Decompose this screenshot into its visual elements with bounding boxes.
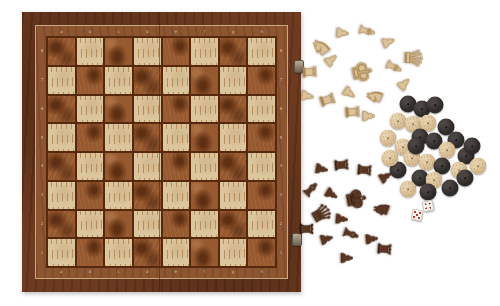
board-square-e8[interactable] <box>162 37 191 66</box>
rank-label: 7 <box>277 66 285 95</box>
board-square-c2[interactable] <box>104 210 133 239</box>
rank-label: 3 <box>38 181 46 210</box>
board-square-d1[interactable] <box>133 238 162 267</box>
file-label: b <box>76 268 105 276</box>
file-label: e <box>162 28 191 36</box>
chess-piece-light-pawn[interactable]: ♟ <box>333 25 350 41</box>
board-square-e3[interactable] <box>162 181 191 210</box>
board-square-c6[interactable] <box>104 95 133 124</box>
board-fold-seam <box>159 12 160 292</box>
board-square-g3[interactable] <box>219 181 248 210</box>
rank-label: 4 <box>277 152 285 181</box>
board-grid <box>46 36 277 268</box>
board-square-h2[interactable] <box>247 210 276 239</box>
checker-disc-black[interactable] <box>427 97 444 114</box>
checker-center-hole <box>387 137 390 140</box>
checker-center-hole <box>471 145 474 148</box>
board-square-g7[interactable] <box>219 66 248 95</box>
checker-center-hole <box>411 157 414 160</box>
rank-label: 7 <box>38 66 46 95</box>
board-square-g2[interactable] <box>219 210 248 239</box>
rank-label: 8 <box>38 37 46 66</box>
board-square-d8[interactable] <box>133 37 162 66</box>
chess-piece-light-pawn[interactable]: ♟ <box>298 88 316 105</box>
chess-piece-light-pawn[interactable]: ♟ <box>360 109 376 123</box>
board-square-a1[interactable] <box>47 238 76 267</box>
rank-label: 2 <box>38 210 46 239</box>
board-square-c3[interactable] <box>104 181 133 210</box>
file-label: c <box>104 28 133 36</box>
checker-center-hole <box>464 177 467 180</box>
board-square-b1[interactable] <box>76 238 105 267</box>
board-square-b7[interactable] <box>76 66 105 95</box>
board-square-e4[interactable] <box>162 152 191 181</box>
checker-disc-black[interactable] <box>457 170 474 187</box>
checker-center-hole <box>412 123 415 126</box>
file-label: h <box>247 28 276 36</box>
board-square-f3[interactable] <box>190 181 219 210</box>
checker-center-hole <box>433 179 436 182</box>
checker-center-hole <box>415 145 418 148</box>
chess-piece-dark-king[interactable]: ♚ <box>341 185 371 212</box>
board-square-g8[interactable] <box>219 37 248 66</box>
rank-label: 1 <box>38 238 46 267</box>
checker-center-hole <box>397 169 400 172</box>
board-square-e7[interactable] <box>162 66 191 95</box>
rank-labels-left: 87654321 <box>38 37 46 267</box>
file-label: f <box>190 28 219 36</box>
checker-center-hole <box>433 140 436 143</box>
checker-center-hole <box>397 120 400 123</box>
rank-labels-right: 87654321 <box>277 37 285 267</box>
file-label: c <box>104 268 133 276</box>
file-labels-bottom: abcdefgh <box>47 268 276 276</box>
board-square-b5[interactable] <box>76 123 105 152</box>
checker-center-hole <box>402 146 405 149</box>
checker-disc-wood[interactable] <box>439 142 456 159</box>
rank-label: 3 <box>277 181 285 210</box>
chess-piece-light-king[interactable]: ♚ <box>347 58 377 86</box>
board-square-c5[interactable] <box>104 123 133 152</box>
board-square-h6[interactable] <box>247 95 276 124</box>
chess-piece-dark-rook[interactable]: ♜ <box>331 156 350 174</box>
board-square-a2[interactable] <box>47 210 76 239</box>
chess-piece-dark-bishop[interactable]: ♝ <box>339 222 364 246</box>
file-label: g <box>219 268 248 276</box>
board-square-d6[interactable] <box>133 95 162 124</box>
board-square-g5[interactable] <box>219 123 248 152</box>
board-square-a4[interactable] <box>47 152 76 181</box>
board-square-f4[interactable] <box>190 152 219 181</box>
checker-center-hole <box>407 103 410 106</box>
board-square-h8[interactable] <box>247 37 276 66</box>
file-label: d <box>133 28 162 36</box>
chess-piece-dark-rook[interactable]: ♜ <box>354 161 373 179</box>
board-square-e1[interactable] <box>162 238 191 267</box>
file-label: a <box>47 268 76 276</box>
rank-label: 8 <box>277 37 285 66</box>
board-square-h5[interactable] <box>247 123 276 152</box>
board-square-c7[interactable] <box>104 66 133 95</box>
board-square-a5[interactable] <box>47 123 76 152</box>
board-square-d5[interactable] <box>133 123 162 152</box>
board-square-b4[interactable] <box>76 152 105 181</box>
checker-center-hole <box>446 149 449 152</box>
board-square-d2[interactable] <box>133 210 162 239</box>
rank-label: 6 <box>38 95 46 124</box>
rank-label: 5 <box>38 123 46 152</box>
file-label: a <box>47 28 76 36</box>
rank-label: 4 <box>38 152 46 181</box>
board-square-f8[interactable] <box>190 37 219 66</box>
file-labels-top: abcdefgh <box>47 28 276 36</box>
board-inner-frame: abcdefgh abcdefgh 87654321 87654321 <box>35 25 288 279</box>
checker-center-hole <box>427 191 430 194</box>
board-square-h1[interactable] <box>247 238 276 267</box>
die-5[interactable] <box>410 208 423 221</box>
board-square-e6[interactable] <box>162 95 191 124</box>
checker-center-hole <box>407 188 410 191</box>
checker-center-hole <box>389 157 392 160</box>
board-square-e5[interactable] <box>162 123 191 152</box>
board-square-b2[interactable] <box>76 210 105 239</box>
checker-center-hole <box>419 177 422 180</box>
board-square-h7[interactable] <box>247 66 276 95</box>
board-square-d3[interactable] <box>133 181 162 210</box>
checker-center-hole <box>426 161 429 164</box>
board-square-g6[interactable] <box>219 95 248 124</box>
product-photo-scene: abcdefgh abcdefgh 87654321 87654321 ♞♟♝♟… <box>0 0 500 306</box>
board-square-c1[interactable] <box>104 238 133 267</box>
rank-label: 1 <box>277 238 285 267</box>
file-label: e <box>162 268 191 276</box>
board-square-e2[interactable] <box>162 210 191 239</box>
board-square-g4[interactable] <box>219 152 248 181</box>
rank-label: 5 <box>277 123 285 152</box>
board-square-f6[interactable] <box>190 95 219 124</box>
chess-piece-light-rook[interactable]: ♜ <box>316 90 338 111</box>
checker-disc-black[interactable] <box>408 138 425 155</box>
board-square-f7[interactable] <box>190 66 219 95</box>
board-square-c4[interactable] <box>104 152 133 181</box>
board-square-h3[interactable] <box>247 181 276 210</box>
board-square-b8[interactable] <box>76 37 105 66</box>
board-square-f2[interactable] <box>190 210 219 239</box>
board-square-a6[interactable] <box>47 95 76 124</box>
checker-disc-wood[interactable] <box>382 150 399 167</box>
board-square-f1[interactable] <box>190 238 219 267</box>
board-square-a3[interactable] <box>47 181 76 210</box>
checker-center-hole <box>449 187 452 190</box>
checker-center-hole <box>421 108 424 111</box>
board-square-b6[interactable] <box>76 95 105 124</box>
rank-label: 2 <box>277 210 285 239</box>
chess-board: abcdefgh abcdefgh 87654321 87654321 <box>22 12 301 292</box>
checker-disc-wood[interactable] <box>470 158 487 175</box>
checker-center-hole <box>427 122 430 125</box>
chess-piece-dark-rook[interactable]: ♜ <box>297 221 315 237</box>
file-label: d <box>133 268 162 276</box>
chess-piece-light-queen[interactable]: ♛ <box>401 47 426 69</box>
checker-disc-black[interactable] <box>420 184 437 201</box>
chess-piece-dark-rook[interactable]: ♜ <box>374 240 393 258</box>
chess-piece-dark-knight[interactable]: ♞ <box>369 197 394 221</box>
checker-disc-black[interactable] <box>464 138 481 155</box>
board-square-h4[interactable] <box>247 152 276 181</box>
file-label: g <box>219 28 248 36</box>
checker-center-hole <box>455 139 458 142</box>
chess-piece-dark-bishop[interactable]: ♝ <box>298 176 325 203</box>
file-label: h <box>247 268 276 276</box>
checker-center-hole <box>445 126 448 129</box>
checker-center-hole <box>477 165 480 168</box>
checker-center-hole <box>465 155 468 158</box>
board-square-g1[interactable] <box>219 238 248 267</box>
checker-disc-wood[interactable] <box>400 181 417 198</box>
file-label: b <box>76 28 105 36</box>
chess-piece-light-pawn[interactable]: ♟ <box>338 83 359 104</box>
board-square-d7[interactable] <box>133 66 162 95</box>
board-square-d4[interactable] <box>133 152 162 181</box>
chess-piece-dark-pawn[interactable]: ♟ <box>316 230 335 248</box>
die-4[interactable] <box>422 200 435 213</box>
chess-piece-light-pawn[interactable]: ♟ <box>378 33 398 52</box>
board-square-f5[interactable] <box>190 123 219 152</box>
chess-piece-light-rook[interactable]: ♜ <box>299 63 318 81</box>
checker-center-hole <box>434 104 437 107</box>
chess-piece-light-knight[interactable]: ♞ <box>361 84 387 109</box>
checker-center-hole <box>441 165 444 168</box>
board-square-c8[interactable] <box>104 37 133 66</box>
board-square-a8[interactable] <box>47 37 76 66</box>
checker-disc-black[interactable] <box>442 180 459 197</box>
chess-piece-light-bishop[interactable]: ♝ <box>355 20 379 43</box>
chess-piece-dark-pawn[interactable]: ♟ <box>338 251 354 265</box>
board-square-b3[interactable] <box>76 181 105 210</box>
file-label: f <box>190 268 219 276</box>
board-square-a7[interactable] <box>47 66 76 95</box>
rank-label: 6 <box>277 95 285 124</box>
